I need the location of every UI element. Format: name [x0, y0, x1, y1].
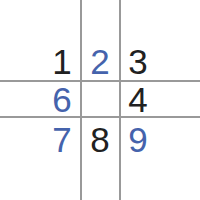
digit-r3c3: 9	[119, 120, 157, 159]
digit-r2c1: 6	[43, 80, 81, 119]
digit-r2c2	[81, 80, 119, 119]
sudoku-board: 1 2 3 6 4 7 8 9	[0, 0, 200, 200]
digit-r1c3: 3	[119, 42, 157, 81]
sudoku-cell-r2c3[interactable]: 4	[119, 81, 200, 117]
sudoku-cell-r3c1[interactable]: 7	[0, 117, 81, 200]
digit-r2c3: 4	[119, 80, 157, 119]
digit-r1c2: 2	[81, 42, 119, 81]
sudoku-cell-r1c3[interactable]: 3	[119, 0, 200, 81]
sudoku-cell-r2c1[interactable]: 6	[0, 81, 81, 117]
sudoku-cell-r1c2[interactable]: 2	[81, 0, 119, 81]
digit-r1c1: 1	[43, 42, 81, 81]
sudoku-cell-r1c1[interactable]: 1	[0, 0, 81, 81]
sudoku-cell-r3c2[interactable]: 8	[81, 117, 119, 200]
sudoku-grid: 1 2 3 6 4 7 8 9	[0, 0, 200, 200]
sudoku-cell-r3c3[interactable]: 9	[119, 117, 200, 200]
digit-r3c2: 8	[81, 120, 119, 159]
sudoku-cell-r2c2-empty[interactable]	[81, 81, 119, 117]
digit-r3c1: 7	[43, 120, 81, 159]
